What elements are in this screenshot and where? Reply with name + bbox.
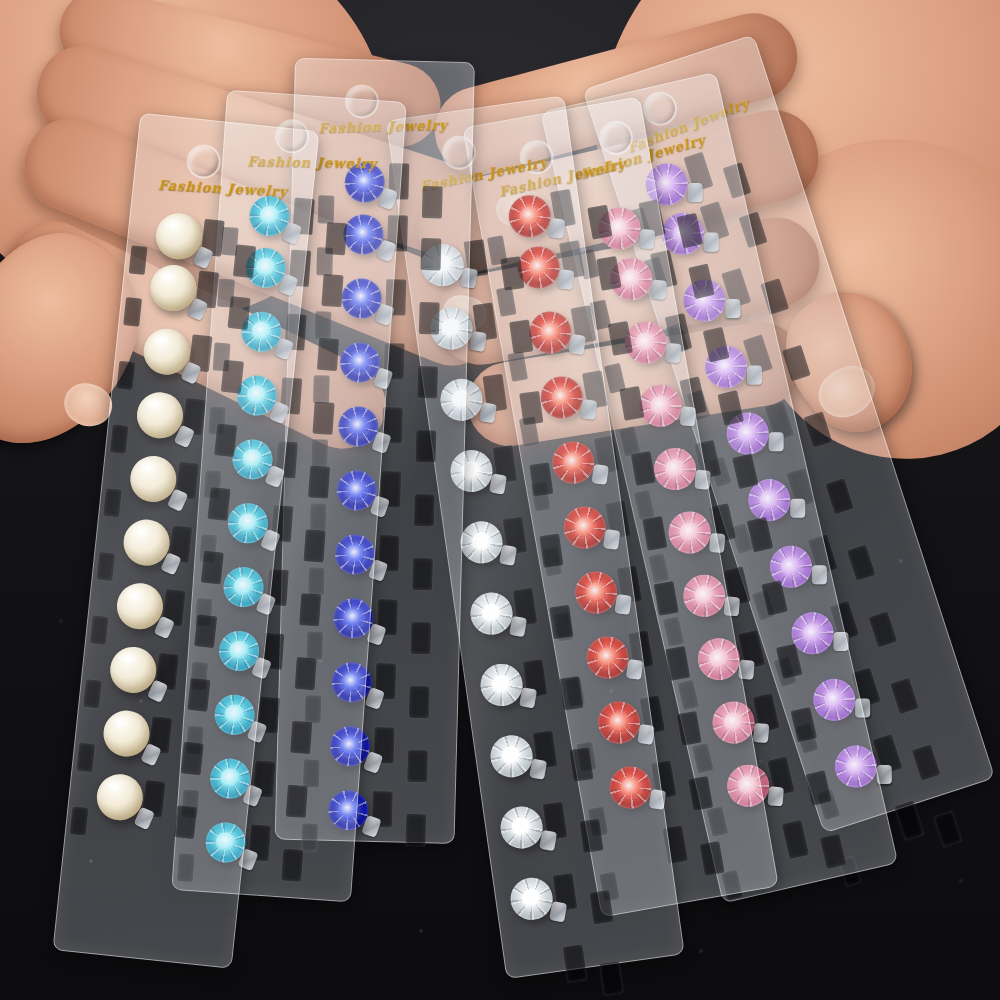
white-pearl-stud <box>135 390 186 441</box>
gem-highlight <box>163 216 185 233</box>
slot-cutout <box>549 605 573 639</box>
slot-cutout <box>90 615 109 645</box>
slot-cutout <box>304 529 326 562</box>
slot-cutout <box>417 366 438 399</box>
gem-highlight <box>124 586 146 603</box>
slot-cutout <box>96 552 115 582</box>
slot-cutout <box>688 263 715 299</box>
earring-card-fan: Fashion JewelryFashion JewelryFashion Je… <box>0 0 1000 1000</box>
gem-highlight <box>157 268 179 285</box>
slot-cutout <box>299 593 321 626</box>
slot-cutout <box>805 770 832 806</box>
slot-cutout <box>665 646 690 681</box>
slot-cutout <box>894 800 924 840</box>
slot-cutout <box>890 678 919 715</box>
white-pearl-stud <box>121 517 172 568</box>
slot-cutout <box>825 478 854 515</box>
slot-cutout <box>233 244 256 278</box>
slot-cutout <box>654 581 679 616</box>
white-pearl-stud <box>101 708 152 759</box>
clear-white-stud <box>488 733 535 780</box>
slot-cutout <box>803 411 832 448</box>
slot-cutout <box>688 776 713 811</box>
slot-cutout <box>409 686 430 719</box>
gem-highlight <box>137 459 159 476</box>
slot-cutout <box>868 611 897 648</box>
slot-cutout <box>587 205 612 240</box>
slot-cutout <box>207 487 230 521</box>
slot-cutout <box>677 711 702 746</box>
clear-white-stud <box>468 590 515 637</box>
slot-cutout <box>174 805 197 839</box>
slot-cutout <box>747 517 774 553</box>
slot-cutout <box>559 676 583 710</box>
slot-cutout <box>321 274 343 307</box>
slot-cutout <box>676 213 703 249</box>
slot-cutout <box>110 424 129 454</box>
slot-cutout <box>782 345 811 382</box>
slot-cutout <box>325 222 347 255</box>
slot-cutout <box>776 643 803 679</box>
slot-cutout <box>790 707 817 743</box>
slot-cutout <box>312 402 334 435</box>
slot-cutout <box>579 819 603 853</box>
gem-highlight <box>144 395 166 412</box>
gem-highlight <box>117 650 139 667</box>
slot-cutout <box>187 678 210 712</box>
slot-cutout <box>569 747 593 781</box>
slot-cutout <box>589 890 613 924</box>
slot-cutout <box>703 327 730 363</box>
earring-back-clutch <box>753 723 770 743</box>
slot-cutout <box>563 944 588 982</box>
slot-cutout <box>847 544 876 581</box>
slot-cutout <box>820 833 847 869</box>
slot-cutout <box>281 848 303 881</box>
slot-cutout <box>414 494 435 527</box>
gem-stone <box>488 733 535 780</box>
clear-white-stud <box>478 661 525 708</box>
slot-cutout <box>500 256 524 290</box>
slot-cutout <box>631 451 656 486</box>
slot-cutout <box>519 391 543 425</box>
hang-hole <box>185 143 222 180</box>
slot-cutout <box>415 430 436 463</box>
brand-text: Fashion Jewelry <box>134 176 313 200</box>
slot-cutout <box>83 679 102 709</box>
slot-cutout <box>732 453 759 489</box>
gem-stone <box>468 590 515 637</box>
slot-cutout <box>912 744 941 781</box>
gem-stone <box>478 661 525 708</box>
slot-cutout <box>419 302 440 335</box>
slot-cutout <box>290 721 312 754</box>
slot-cutout <box>599 961 623 995</box>
white-pearl-stud <box>141 326 192 377</box>
slot-cutout <box>201 551 224 585</box>
slot-cutout <box>129 245 148 275</box>
gem-stone <box>458 519 505 566</box>
slot-cutout <box>227 296 250 330</box>
slot-cutout <box>717 390 744 426</box>
slot-cutout <box>410 622 431 655</box>
slot-cutout <box>221 360 244 394</box>
slot-cutout <box>317 338 339 371</box>
white-pearl-stud <box>153 211 204 262</box>
slot-cutout <box>117 361 136 391</box>
slot-cutout <box>933 811 962 848</box>
slot-cutout <box>123 297 142 327</box>
slot-cutout <box>405 814 426 847</box>
slot-cutout <box>103 488 122 518</box>
gem-highlight <box>130 523 152 540</box>
slot-cutout <box>181 742 204 776</box>
slot-cutout <box>761 580 788 616</box>
gem-highlight <box>151 332 173 349</box>
white-pearl-stud <box>95 772 146 823</box>
slot-cutout <box>421 238 442 271</box>
slot-cutout <box>619 386 644 421</box>
white-pearl-stud <box>128 454 179 505</box>
slot-cutout <box>529 462 553 496</box>
slot-cutout <box>782 820 810 860</box>
slot-cutout <box>596 256 621 291</box>
clear-white-stud <box>508 875 555 922</box>
slot-cutout <box>194 614 217 648</box>
slot-cutout <box>699 841 724 876</box>
slot-cutout <box>76 743 95 773</box>
slot-cutout <box>422 186 443 219</box>
gem-highlight <box>110 713 132 730</box>
slot-cutout <box>509 320 533 354</box>
clear-white-stud <box>498 804 545 851</box>
slot-cutout <box>608 321 633 356</box>
white-pearl-stud <box>148 263 199 314</box>
slot-cutout <box>70 806 89 836</box>
clear-white-stud <box>458 519 505 566</box>
earring-back-clutch <box>767 786 784 806</box>
slot-cutout <box>286 785 308 818</box>
slot-cutout <box>642 516 667 551</box>
white-pearl-stud <box>115 581 166 632</box>
slot-cutout <box>412 558 433 591</box>
slot-cutout <box>407 750 428 783</box>
gem-stone <box>498 804 545 851</box>
slot-cutout <box>539 533 563 567</box>
slot-cutout <box>295 657 317 690</box>
slot-cutout <box>214 423 237 457</box>
gem-stone <box>508 875 555 922</box>
gem-highlight <box>104 777 126 794</box>
white-pearl-stud <box>108 645 159 696</box>
product-photo: Fashion JewelryFashion JewelryFashion Je… <box>0 0 1000 1000</box>
slot-cutout <box>308 465 330 498</box>
